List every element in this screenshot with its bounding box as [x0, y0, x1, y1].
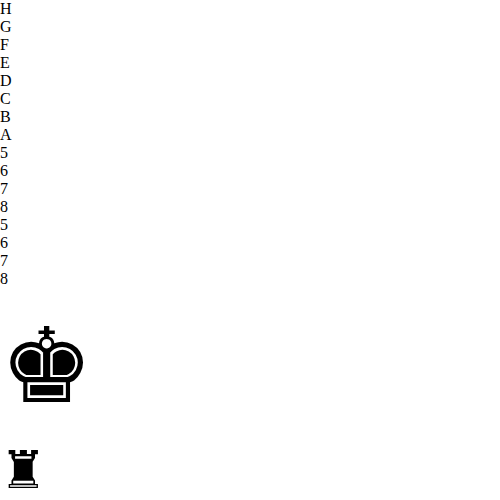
- rank-label-right-8: 8: [0, 270, 500, 288]
- rank-label-left-5: 5: [0, 144, 500, 162]
- rank-label-right-6: 6: [0, 234, 500, 252]
- dark-rook-piece[interactable]: ♜: [0, 440, 500, 500]
- file-label-e: E: [0, 54, 500, 72]
- file-label-a: A: [0, 126, 500, 144]
- dark-rook-base: [0, 427, 30, 440]
- rank-label-left-7: 7: [0, 180, 500, 198]
- rank-label-right-7: 7: [0, 252, 500, 270]
- rank-label-left-6: 6: [0, 162, 500, 180]
- chess-board-surface: HGFEDCBA56785678: [0, 0, 500, 288]
- file-label-f: F: [0, 36, 500, 54]
- file-label-c: C: [0, 90, 500, 108]
- rank-label-left-8: 8: [0, 198, 500, 216]
- file-label-b: B: [0, 108, 500, 126]
- rank-label-right-5: 5: [0, 216, 500, 234]
- file-label-d: D: [0, 72, 500, 90]
- file-label-g: G: [0, 18, 500, 36]
- product-photo-scene: HGFEDCBA56785678 ♚♜♟♞ G&MDOVANOS: [0, 0, 500, 500]
- file-label-h: H: [0, 0, 500, 18]
